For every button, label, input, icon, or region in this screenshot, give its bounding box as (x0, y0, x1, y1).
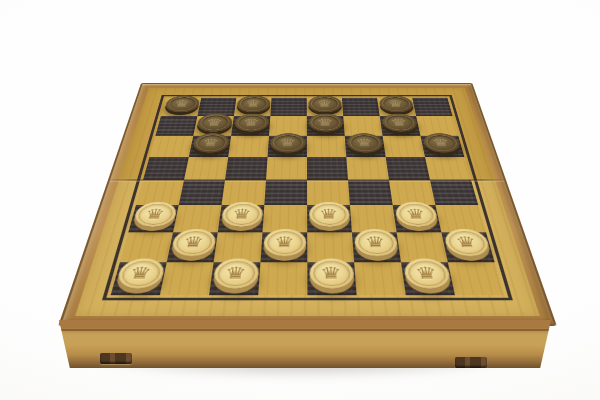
square-r2c1[interactable] (155, 116, 197, 136)
crown-engraving-icon: ♛ (263, 231, 306, 253)
square-r1c4[interactable] (270, 98, 306, 116)
square-r8c4 (258, 262, 307, 295)
square-r4c8 (425, 157, 471, 180)
crown-engraving-icon: ♛ (353, 231, 397, 253)
square-r8c8 (448, 262, 504, 295)
square-r3c5 (307, 136, 346, 157)
dark-man-r3c4[interactable]: ♛ (269, 133, 305, 152)
right-clasp[interactable] (455, 357, 487, 368)
crown-engraving-icon: ♛ (212, 261, 259, 285)
crown-engraving-icon: ♛ (309, 261, 354, 285)
square-r4c6 (346, 157, 389, 180)
square-r3c7 (383, 136, 425, 157)
square-r5c6[interactable] (348, 180, 393, 205)
square-r4c2 (184, 157, 228, 180)
square-r8c2 (160, 262, 214, 295)
crown-engraving-icon: ♛ (381, 115, 418, 129)
crown-engraving-icon: ♛ (308, 115, 343, 129)
crown-engraving-icon: ♛ (170, 231, 216, 253)
square-r3c3 (228, 136, 269, 157)
light-man-r8c5[interactable]: ♛ (309, 258, 354, 288)
crown-engraving-icon: ♛ (233, 115, 269, 129)
square-r5c8[interactable] (430, 180, 478, 205)
crown-engraving-icon: ♛ (132, 204, 177, 224)
crown-engraving-icon: ♛ (378, 97, 413, 110)
crown-engraving-icon: ♛ (309, 204, 350, 224)
square-r4c5[interactable] (307, 157, 348, 180)
box-front-face (59, 320, 551, 368)
square-r4c7[interactable] (386, 157, 430, 180)
dark-man-r1c5[interactable]: ♛ (308, 95, 342, 112)
light-man-r7c4[interactable]: ♛ (263, 229, 306, 256)
board: ♛♛♛♛♛♛♛♛♛♛♛♛♛♛♛♛♛♛♛♛♛♛♛♛ (58, 83, 557, 326)
square-r1c8[interactable] (412, 98, 452, 116)
crown-engraving-icon: ♛ (164, 97, 200, 110)
dark-man-r2c5[interactable]: ♛ (308, 113, 343, 131)
dark-man-r3c6[interactable]: ♛ (346, 133, 384, 152)
crown-engraving-icon: ♛ (394, 204, 438, 224)
photo-stage: ♛♛♛♛♛♛♛♛♛♛♛♛♛♛♛♛♛♛♛♛♛♛♛♛ (0, 0, 600, 400)
square-r1c6[interactable] (342, 98, 380, 116)
crown-engraving-icon: ♛ (443, 231, 491, 253)
light-man-r6c5[interactable]: ♛ (309, 202, 350, 227)
checkerboard-grid: ♛♛♛♛♛♛♛♛♛♛♛♛♛♛♛♛♛♛♛♛♛♛♛♛ (111, 98, 505, 296)
crown-engraving-icon: ♛ (346, 135, 383, 150)
crown-engraving-icon: ♛ (196, 115, 233, 129)
square-r4c3[interactable] (225, 157, 268, 180)
square-r3c1 (149, 136, 193, 157)
crown-engraving-icon: ♛ (422, 135, 461, 150)
crown-engraving-icon: ♛ (308, 97, 341, 110)
crown-engraving-icon: ♛ (221, 204, 263, 224)
dark-man-r1c3[interactable]: ♛ (236, 95, 271, 112)
square-r4c1[interactable] (143, 157, 189, 180)
fold-seam (110, 179, 504, 180)
square-r8c6 (354, 262, 406, 295)
dark-man-r2c3[interactable]: ♛ (233, 113, 269, 131)
square-r5c2[interactable] (179, 180, 225, 205)
playing-surface: ♛♛♛♛♛♛♛♛♛♛♛♛♛♛♛♛♛♛♛♛♛♛♛♛ (75, 88, 540, 316)
crown-engraving-icon: ♛ (269, 135, 305, 150)
crown-engraving-icon: ♛ (236, 97, 270, 110)
crown-engraving-icon: ♛ (192, 135, 230, 150)
square-r4c4 (266, 157, 307, 180)
left-clasp[interactable] (100, 353, 132, 364)
square-r5c4[interactable] (264, 180, 307, 205)
grid-border-line: ♛♛♛♛♛♛♛♛♛♛♛♛♛♛♛♛♛♛♛♛♛♛♛♛ (102, 95, 513, 300)
crown-engraving-icon: ♛ (403, 261, 451, 285)
